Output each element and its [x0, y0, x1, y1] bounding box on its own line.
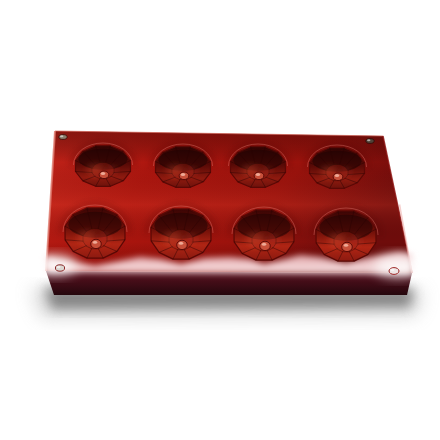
corner-hole-tr — [366, 139, 374, 144]
corner-reflection-glow-right — [374, 255, 422, 277]
baking-mold-photo — [0, 0, 440, 440]
corner-hole-br — [389, 268, 399, 275]
corner-hole-bl — [55, 265, 64, 271]
mold-front-face — [46, 271, 412, 295]
product-photo-stage — [0, 0, 440, 440]
corner-hole-tl — [59, 135, 67, 140]
corner-reflection-glow-left — [33, 255, 77, 275]
